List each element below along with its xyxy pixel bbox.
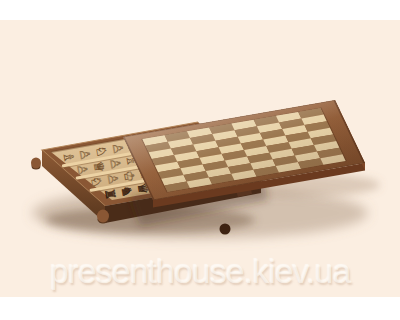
box-foot xyxy=(31,158,41,170)
box-foot xyxy=(220,224,231,235)
product-photo: ♗♙♘♙♖♙♕♙♗♙♘♙♔♙♖♜♞♛♝ presenthouse.kiev.ua xyxy=(0,0,400,320)
box-foot xyxy=(97,210,109,224)
